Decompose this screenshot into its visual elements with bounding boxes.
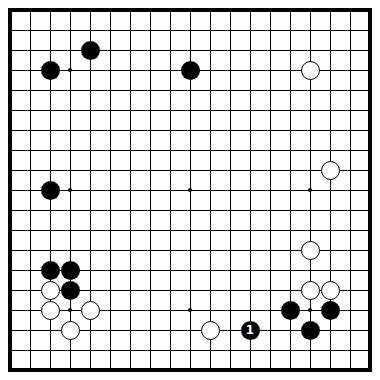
intersection[interactable] <box>60 200 80 220</box>
intersection[interactable] <box>340 140 360 160</box>
intersection[interactable] <box>360 220 380 240</box>
intersection[interactable] <box>100 180 120 200</box>
intersection[interactable] <box>180 100 200 120</box>
intersection[interactable] <box>100 160 120 180</box>
intersection[interactable] <box>60 80 80 100</box>
intersection[interactable] <box>100 0 120 20</box>
intersection[interactable] <box>40 340 60 360</box>
intersection[interactable] <box>140 240 160 260</box>
intersection[interactable] <box>300 320 320 340</box>
intersection[interactable] <box>300 20 320 40</box>
intersection[interactable] <box>260 360 280 380</box>
intersection[interactable] <box>360 180 380 200</box>
intersection[interactable] <box>0 340 20 360</box>
intersection[interactable] <box>60 120 80 140</box>
intersection[interactable] <box>20 80 40 100</box>
intersection[interactable] <box>300 180 320 200</box>
intersection[interactable] <box>200 40 220 60</box>
intersection[interactable] <box>20 100 40 120</box>
intersection[interactable] <box>80 300 100 320</box>
intersection[interactable] <box>320 360 340 380</box>
intersection[interactable] <box>100 320 120 340</box>
intersection[interactable] <box>180 40 200 60</box>
intersection[interactable] <box>340 240 360 260</box>
intersection[interactable] <box>300 260 320 280</box>
intersection[interactable] <box>240 360 260 380</box>
intersection[interactable] <box>20 220 40 240</box>
intersection[interactable] <box>280 20 300 40</box>
intersection[interactable] <box>180 220 200 240</box>
intersection[interactable] <box>340 260 360 280</box>
intersection[interactable] <box>340 340 360 360</box>
intersection[interactable] <box>280 40 300 60</box>
intersection[interactable] <box>320 140 340 160</box>
intersection[interactable] <box>80 180 100 200</box>
intersection[interactable] <box>300 140 320 160</box>
intersection[interactable] <box>20 160 40 180</box>
intersection[interactable] <box>300 120 320 140</box>
intersection[interactable] <box>260 120 280 140</box>
intersection[interactable] <box>260 280 280 300</box>
intersection[interactable] <box>300 240 320 260</box>
intersection[interactable] <box>320 180 340 200</box>
intersection[interactable] <box>360 60 380 80</box>
intersection[interactable] <box>0 200 20 220</box>
intersection[interactable] <box>320 200 340 220</box>
intersection[interactable] <box>360 280 380 300</box>
intersection[interactable] <box>20 120 40 140</box>
intersection[interactable] <box>240 120 260 140</box>
intersection[interactable] <box>240 220 260 240</box>
intersection[interactable] <box>320 160 340 180</box>
intersection[interactable] <box>60 220 80 240</box>
intersection[interactable] <box>20 240 40 260</box>
intersection[interactable] <box>100 60 120 80</box>
intersection[interactable] <box>80 340 100 360</box>
intersection[interactable] <box>340 180 360 200</box>
intersection[interactable] <box>180 120 200 140</box>
intersection[interactable] <box>0 100 20 120</box>
intersection[interactable] <box>340 120 360 140</box>
intersection[interactable] <box>240 340 260 360</box>
intersection[interactable] <box>280 200 300 220</box>
intersection[interactable] <box>260 260 280 280</box>
intersection[interactable] <box>20 280 40 300</box>
intersection[interactable] <box>200 220 220 240</box>
intersection[interactable] <box>240 240 260 260</box>
intersection[interactable] <box>240 280 260 300</box>
intersection[interactable] <box>60 360 80 380</box>
intersection[interactable] <box>220 140 240 160</box>
intersection[interactable] <box>120 120 140 140</box>
intersection[interactable] <box>0 280 20 300</box>
intersection[interactable] <box>100 240 120 260</box>
intersection[interactable] <box>100 100 120 120</box>
intersection[interactable] <box>220 220 240 240</box>
intersection[interactable] <box>40 80 60 100</box>
intersection[interactable] <box>160 340 180 360</box>
intersection[interactable] <box>200 120 220 140</box>
intersection[interactable] <box>280 300 300 320</box>
intersection[interactable] <box>120 240 140 260</box>
intersection[interactable] <box>120 300 140 320</box>
intersection[interactable] <box>160 280 180 300</box>
intersection[interactable] <box>280 320 300 340</box>
intersection[interactable] <box>320 0 340 20</box>
intersection[interactable] <box>120 80 140 100</box>
intersection[interactable] <box>20 60 40 80</box>
intersection[interactable] <box>40 260 60 280</box>
intersection[interactable] <box>360 120 380 140</box>
intersection[interactable] <box>300 80 320 100</box>
intersection[interactable] <box>180 80 200 100</box>
intersection[interactable] <box>220 20 240 40</box>
intersection[interactable] <box>140 60 160 80</box>
intersection[interactable] <box>100 360 120 380</box>
intersection[interactable] <box>40 220 60 240</box>
intersection[interactable] <box>20 20 40 40</box>
intersection[interactable] <box>140 20 160 40</box>
intersection[interactable] <box>0 120 20 140</box>
intersection[interactable] <box>40 300 60 320</box>
intersection[interactable] <box>280 240 300 260</box>
intersection[interactable] <box>40 200 60 220</box>
intersection[interactable] <box>200 160 220 180</box>
intersection[interactable] <box>20 360 40 380</box>
intersection[interactable] <box>240 100 260 120</box>
intersection[interactable] <box>40 120 60 140</box>
intersection[interactable] <box>60 180 80 200</box>
intersection[interactable] <box>160 120 180 140</box>
intersection[interactable] <box>140 100 160 120</box>
intersection[interactable] <box>60 100 80 120</box>
intersection[interactable] <box>320 40 340 60</box>
intersection[interactable] <box>220 280 240 300</box>
intersection[interactable] <box>280 0 300 20</box>
intersection[interactable] <box>220 40 240 60</box>
intersection[interactable] <box>120 200 140 220</box>
intersection[interactable] <box>240 180 260 200</box>
intersection[interactable] <box>120 0 140 20</box>
intersection[interactable] <box>80 160 100 180</box>
intersection[interactable] <box>40 180 60 200</box>
intersection[interactable] <box>0 140 20 160</box>
intersection[interactable] <box>220 180 240 200</box>
intersection[interactable] <box>240 260 260 280</box>
intersection[interactable] <box>220 200 240 220</box>
intersection[interactable] <box>20 340 40 360</box>
intersection[interactable] <box>260 200 280 220</box>
intersection[interactable] <box>20 260 40 280</box>
intersection[interactable] <box>140 180 160 200</box>
intersection[interactable] <box>280 280 300 300</box>
intersection[interactable] <box>220 120 240 140</box>
intersection[interactable] <box>360 260 380 280</box>
intersection[interactable] <box>40 140 60 160</box>
intersection[interactable] <box>180 140 200 160</box>
intersection[interactable] <box>280 120 300 140</box>
intersection[interactable] <box>360 0 380 20</box>
intersection[interactable] <box>200 80 220 100</box>
intersection[interactable] <box>240 80 260 100</box>
intersection[interactable] <box>200 340 220 360</box>
intersection[interactable] <box>60 340 80 360</box>
intersection[interactable] <box>180 300 200 320</box>
intersection[interactable] <box>60 320 80 340</box>
intersection[interactable] <box>360 80 380 100</box>
intersection[interactable] <box>340 320 360 340</box>
intersection[interactable] <box>80 20 100 40</box>
intersection[interactable] <box>220 0 240 20</box>
intersection[interactable] <box>40 60 60 80</box>
intersection[interactable] <box>300 160 320 180</box>
intersection[interactable] <box>140 0 160 20</box>
intersection[interactable] <box>360 160 380 180</box>
intersection[interactable] <box>320 220 340 240</box>
intersection[interactable] <box>140 120 160 140</box>
intersection[interactable] <box>80 120 100 140</box>
intersection[interactable] <box>200 200 220 220</box>
intersection[interactable] <box>100 220 120 240</box>
intersection[interactable] <box>180 20 200 40</box>
intersection[interactable] <box>140 80 160 100</box>
intersection[interactable] <box>160 20 180 40</box>
intersection[interactable] <box>160 80 180 100</box>
intersection[interactable] <box>220 320 240 340</box>
intersection[interactable] <box>360 200 380 220</box>
intersection[interactable] <box>240 20 260 40</box>
intersection[interactable] <box>240 140 260 160</box>
intersection[interactable] <box>20 320 40 340</box>
intersection[interactable] <box>180 320 200 340</box>
intersection[interactable] <box>140 320 160 340</box>
intersection[interactable] <box>20 300 40 320</box>
intersection[interactable] <box>160 360 180 380</box>
intersection[interactable] <box>320 280 340 300</box>
intersection[interactable] <box>0 220 20 240</box>
intersection[interactable] <box>200 320 220 340</box>
intersection[interactable] <box>0 260 20 280</box>
intersection[interactable] <box>120 340 140 360</box>
intersection[interactable] <box>160 260 180 280</box>
intersection[interactable] <box>180 60 200 80</box>
intersection[interactable] <box>320 120 340 140</box>
intersection[interactable] <box>100 300 120 320</box>
intersection[interactable] <box>0 0 20 20</box>
intersection[interactable] <box>80 40 100 60</box>
intersection[interactable] <box>160 220 180 240</box>
intersection[interactable] <box>140 140 160 160</box>
intersection[interactable] <box>100 20 120 40</box>
intersection[interactable] <box>320 60 340 80</box>
intersection[interactable] <box>180 280 200 300</box>
intersection[interactable] <box>260 80 280 100</box>
intersection[interactable] <box>140 160 160 180</box>
intersection[interactable] <box>60 20 80 40</box>
intersection[interactable] <box>100 40 120 60</box>
intersection[interactable] <box>360 100 380 120</box>
intersection[interactable] <box>80 80 100 100</box>
intersection[interactable] <box>200 360 220 380</box>
intersection[interactable] <box>200 280 220 300</box>
intersection[interactable] <box>240 0 260 20</box>
intersection[interactable] <box>100 340 120 360</box>
intersection[interactable] <box>60 160 80 180</box>
intersection[interactable] <box>300 340 320 360</box>
intersection[interactable] <box>220 100 240 120</box>
intersection[interactable] <box>160 180 180 200</box>
intersection[interactable] <box>0 160 20 180</box>
intersection[interactable] <box>220 160 240 180</box>
intersection[interactable] <box>40 240 60 260</box>
intersection[interactable] <box>120 260 140 280</box>
intersection[interactable] <box>320 300 340 320</box>
intersection[interactable] <box>80 0 100 20</box>
intersection[interactable] <box>220 340 240 360</box>
intersection[interactable] <box>100 260 120 280</box>
intersection[interactable] <box>160 240 180 260</box>
intersection[interactable] <box>260 60 280 80</box>
intersection[interactable] <box>260 180 280 200</box>
intersection[interactable] <box>140 280 160 300</box>
intersection[interactable] <box>0 360 20 380</box>
intersection[interactable] <box>320 260 340 280</box>
intersection[interactable] <box>220 360 240 380</box>
intersection[interactable] <box>80 260 100 280</box>
intersection[interactable] <box>120 60 140 80</box>
intersection[interactable] <box>20 0 40 20</box>
intersection[interactable] <box>180 0 200 20</box>
intersection[interactable] <box>160 100 180 120</box>
intersection[interactable] <box>260 340 280 360</box>
intersection[interactable] <box>0 40 20 60</box>
intersection[interactable] <box>340 40 360 60</box>
intersection[interactable] <box>120 220 140 240</box>
intersection[interactable] <box>180 260 200 280</box>
intersection[interactable] <box>360 140 380 160</box>
intersection[interactable] <box>260 220 280 240</box>
intersection[interactable] <box>240 60 260 80</box>
intersection[interactable] <box>240 200 260 220</box>
intersection[interactable] <box>340 220 360 240</box>
intersection[interactable] <box>0 300 20 320</box>
intersection[interactable] <box>280 260 300 280</box>
intersection[interactable] <box>340 20 360 40</box>
intersection[interactable] <box>200 20 220 40</box>
intersection[interactable] <box>180 160 200 180</box>
intersection[interactable] <box>280 340 300 360</box>
intersection[interactable] <box>340 160 360 180</box>
intersection[interactable] <box>120 280 140 300</box>
intersection[interactable] <box>60 140 80 160</box>
intersection[interactable] <box>0 240 20 260</box>
intersection[interactable]: 1 <box>240 320 260 340</box>
intersection[interactable] <box>320 20 340 40</box>
intersection[interactable] <box>180 200 200 220</box>
intersection[interactable] <box>120 140 140 160</box>
intersection[interactable] <box>340 360 360 380</box>
intersection[interactable] <box>280 180 300 200</box>
intersection[interactable] <box>160 320 180 340</box>
intersection[interactable] <box>200 140 220 160</box>
intersection[interactable] <box>120 160 140 180</box>
intersection[interactable] <box>320 320 340 340</box>
intersection[interactable] <box>300 200 320 220</box>
intersection[interactable] <box>280 80 300 100</box>
intersection[interactable] <box>80 100 100 120</box>
intersection[interactable] <box>200 260 220 280</box>
intersection[interactable] <box>260 40 280 60</box>
intersection[interactable] <box>20 140 40 160</box>
intersection[interactable] <box>20 40 40 60</box>
intersection[interactable] <box>240 40 260 60</box>
intersection[interactable] <box>180 240 200 260</box>
intersection[interactable] <box>0 80 20 100</box>
intersection[interactable] <box>80 280 100 300</box>
intersection[interactable] <box>260 240 280 260</box>
intersection[interactable] <box>300 60 320 80</box>
intersection[interactable] <box>160 0 180 20</box>
intersection[interactable] <box>300 0 320 20</box>
intersection[interactable] <box>200 180 220 200</box>
intersection[interactable] <box>260 320 280 340</box>
intersection[interactable] <box>340 280 360 300</box>
intersection[interactable] <box>160 60 180 80</box>
intersection[interactable] <box>200 240 220 260</box>
intersection[interactable] <box>120 360 140 380</box>
intersection[interactable] <box>40 20 60 40</box>
intersection[interactable] <box>140 220 160 240</box>
intersection[interactable] <box>40 320 60 340</box>
intersection[interactable] <box>240 300 260 320</box>
intersection[interactable] <box>320 240 340 260</box>
intersection[interactable] <box>80 360 100 380</box>
intersection[interactable] <box>340 80 360 100</box>
intersection[interactable] <box>160 160 180 180</box>
intersection[interactable] <box>60 300 80 320</box>
intersection[interactable] <box>80 60 100 80</box>
intersection[interactable] <box>40 280 60 300</box>
intersection[interactable] <box>300 40 320 60</box>
intersection[interactable] <box>220 60 240 80</box>
intersection[interactable] <box>160 300 180 320</box>
intersection[interactable] <box>120 40 140 60</box>
intersection[interactable] <box>80 140 100 160</box>
intersection[interactable] <box>340 0 360 20</box>
intersection[interactable] <box>140 300 160 320</box>
intersection[interactable] <box>60 0 80 20</box>
intersection[interactable] <box>260 300 280 320</box>
intersection[interactable] <box>160 200 180 220</box>
intersection[interactable] <box>40 40 60 60</box>
intersection[interactable] <box>200 100 220 120</box>
intersection[interactable] <box>240 160 260 180</box>
intersection[interactable] <box>100 200 120 220</box>
intersection[interactable] <box>100 280 120 300</box>
intersection[interactable] <box>260 20 280 40</box>
intersection[interactable] <box>200 0 220 20</box>
intersection[interactable] <box>260 100 280 120</box>
intersection[interactable] <box>180 180 200 200</box>
intersection[interactable] <box>20 200 40 220</box>
intersection[interactable] <box>200 60 220 80</box>
intersection[interactable] <box>360 40 380 60</box>
intersection[interactable] <box>300 300 320 320</box>
intersection[interactable] <box>260 160 280 180</box>
intersection[interactable] <box>80 320 100 340</box>
intersection[interactable] <box>280 100 300 120</box>
intersection[interactable] <box>280 360 300 380</box>
